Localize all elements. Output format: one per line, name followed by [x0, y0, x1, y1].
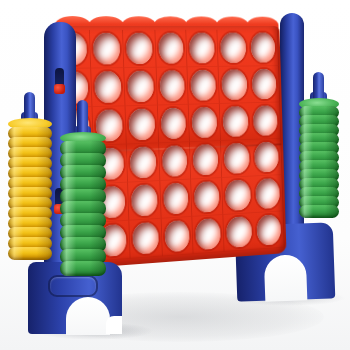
- board-cell-r3c6: [220, 103, 252, 141]
- board-hole: [127, 70, 154, 102]
- board-hole: [126, 32, 153, 64]
- board-cell-r6c7: [254, 211, 285, 249]
- board-hole: [253, 105, 278, 136]
- board-hole: [159, 70, 185, 102]
- board-hole: [129, 146, 156, 179]
- board-hole: [222, 69, 248, 100]
- board-cell-r4c4: [159, 142, 192, 181]
- board-cell-r1c3: [123, 30, 157, 68]
- board-hole: [94, 71, 121, 104]
- ring-stack: [8, 92, 52, 260]
- leg-arch-cutout: [66, 297, 110, 335]
- board-hole: [223, 106, 249, 138]
- board-hole: [224, 142, 250, 174]
- board-cell-r2c5: [188, 67, 220, 105]
- game-ring-green: [60, 261, 106, 276]
- leg-moulded-indent: [48, 275, 98, 297]
- board-hole: [194, 181, 220, 213]
- board-cell-r4c3: [126, 143, 159, 182]
- board-hole: [158, 32, 184, 64]
- board-hole: [220, 32, 246, 63]
- leg-rear-foot-gap: [106, 316, 122, 334]
- leg-arch-cutout: [264, 254, 308, 301]
- board-cell-r5c7: [253, 175, 284, 213]
- board-hole: [251, 32, 276, 63]
- giant-connect-four-product-photo: [0, 0, 350, 350]
- disc-stack-yellow-left: [8, 92, 52, 260]
- board-cell-r3c3: [125, 105, 158, 144]
- board-hole: [131, 184, 158, 217]
- board-hole: [195, 218, 221, 251]
- board-hole: [191, 69, 217, 101]
- board-cell-r3c4: [157, 105, 190, 144]
- board-hole: [163, 182, 189, 215]
- board-cell-r2c3: [124, 68, 157, 107]
- board-hole: [257, 214, 282, 246]
- board-cell-r2c4: [156, 67, 189, 105]
- board-hole: [93, 32, 120, 64]
- board-hole: [226, 216, 252, 248]
- board-cell-r6c3: [129, 219, 162, 259]
- board-hole: [193, 144, 219, 176]
- board-cell-r1c4: [155, 30, 188, 68]
- board-cell-r5c5: [191, 178, 223, 217]
- disc-stack-green-left: [60, 100, 106, 276]
- game-ring-yellow: [8, 247, 52, 260]
- board-cell-r2c7: [249, 66, 280, 103]
- board-cell-r3c7: [250, 102, 281, 139]
- board-hole: [192, 107, 218, 139]
- red-slider-knob-top: [54, 84, 65, 94]
- board-hole: [189, 32, 215, 63]
- board-hole: [255, 178, 280, 210]
- board-cell-r4c5: [190, 141, 222, 180]
- board-cell-r6c6: [224, 213, 255, 252]
- board-cell-r5c6: [222, 176, 253, 214]
- board-cell-r1c5: [187, 30, 219, 67]
- board-hole: [225, 179, 251, 211]
- board-hole: [252, 69, 277, 100]
- board-cell-r2c6: [219, 66, 251, 103]
- board-cell-r5c3: [128, 181, 161, 221]
- board-hole: [164, 220, 190, 253]
- board-cell-r3c5: [189, 104, 221, 142]
- board-cell-r6c4: [161, 217, 194, 257]
- board-hole: [160, 107, 186, 139]
- board-cell-r1c6: [218, 30, 250, 67]
- board-cell-r6c5: [193, 215, 225, 254]
- ring-stack: [299, 72, 339, 218]
- board-cell-r1c7: [248, 30, 279, 67]
- board-hole: [132, 222, 159, 255]
- disc-stack-green-right: [299, 72, 339, 218]
- board-cell-r4c7: [251, 139, 282, 177]
- board-cell-r1c2: [90, 30, 124, 69]
- board-hole: [254, 141, 279, 173]
- board-hole: [162, 145, 188, 178]
- board-hole: [128, 108, 155, 141]
- board-cell-r4c6: [221, 140, 252, 178]
- ring-stack: [60, 100, 106, 276]
- board-cell-r5c4: [160, 179, 193, 218]
- game-ring-green: [299, 205, 339, 218]
